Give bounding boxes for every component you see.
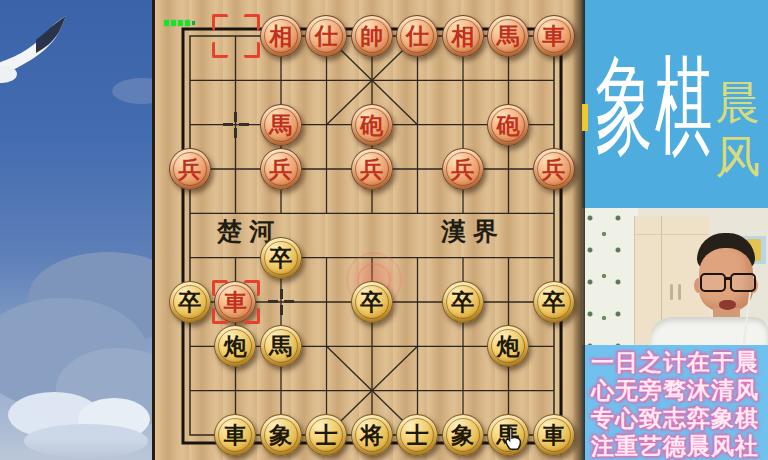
person-mouth <box>719 300 736 310</box>
recording-indicator <box>164 20 195 26</box>
black-piece-車[interactable]: 車 <box>533 414 575 456</box>
piece-char: 卒 <box>178 283 201 321</box>
piece-char: 車 <box>542 416 565 454</box>
piece-char: 車 <box>224 416 247 454</box>
piece-char: 象 <box>269 416 292 454</box>
motto-line-1: 一日之计在于晨 <box>591 348 759 376</box>
red-piece-兵[interactable]: 兵 <box>533 148 575 190</box>
piece-char: 馬 <box>497 17 520 55</box>
motto-panel: 一日之计在于晨 心无旁骛沐清风 专心致志弈象棋 注重艺德晨风社 <box>582 345 768 460</box>
piece-char: 帥 <box>360 17 383 55</box>
piece-char: 兵 <box>360 150 383 188</box>
black-piece-卒[interactable]: 卒 <box>533 281 575 323</box>
piece-char: 車 <box>542 17 565 55</box>
black-piece-卒[interactable]: 卒 <box>351 281 393 323</box>
black-piece-炮[interactable]: 炮 <box>214 325 256 367</box>
glasses-lens <box>730 273 756 292</box>
black-piece-馬[interactable]: 馬 <box>487 414 529 456</box>
black-piece-車[interactable]: 車 <box>214 414 256 456</box>
piece-char: 仕 <box>315 17 338 55</box>
black-piece-卒[interactable]: 卒 <box>169 281 211 323</box>
wardrobe-handle <box>670 284 673 300</box>
piece-char: 士 <box>406 416 429 454</box>
piece-char: 仕 <box>406 17 429 55</box>
horizon-haze <box>0 438 152 460</box>
piece-char: 兵 <box>451 150 474 188</box>
piece-char: 卒 <box>360 283 383 321</box>
glasses-lens <box>700 273 726 292</box>
curtain-background <box>582 208 638 345</box>
piece-char: 馬 <box>269 106 292 144</box>
piece-char: 兵 <box>269 150 292 188</box>
person-shirt <box>650 317 768 345</box>
red-piece-仕[interactable]: 仕 <box>305 15 347 57</box>
red-piece-砲[interactable]: 砲 <box>487 104 529 146</box>
red-piece-帥[interactable]: 帥 <box>351 15 393 57</box>
piece-char: 砲 <box>497 106 520 144</box>
piece-char: 車 <box>224 283 247 321</box>
channel-banner: 象棋 晨 风 <box>582 0 768 208</box>
red-piece-仕[interactable]: 仕 <box>396 15 438 57</box>
cloud <box>112 78 152 104</box>
black-piece-士[interactable]: 士 <box>305 414 347 456</box>
red-piece-相[interactable]: 相 <box>260 15 302 57</box>
piece-char: 炮 <box>497 327 520 365</box>
glasses-icon <box>700 273 754 290</box>
piece-char: 炮 <box>224 327 247 365</box>
brand-subtitle: 晨 风 <box>715 80 760 180</box>
piece-char: 士 <box>315 416 338 454</box>
xiangqi-board[interactable]: 楚河 漢界 相仕帥仕相馬車馬砲砲兵兵兵兵兵車卒卒卒卒卒炮馬炮車象士将士象馬車 <box>152 0 585 460</box>
board-grid: 相仕帥仕相馬車馬砲砲兵兵兵兵兵車卒卒卒卒卒炮馬炮車象士将士象馬車 <box>167 14 577 457</box>
red-piece-兵[interactable]: 兵 <box>169 148 211 190</box>
piece-char: 卒 <box>451 283 474 321</box>
red-piece-馬[interactable]: 馬 <box>260 104 302 146</box>
piece-char: 相 <box>451 17 474 55</box>
wardrobe-handle <box>678 284 681 300</box>
background-sky-panel <box>0 0 152 460</box>
black-piece-炮[interactable]: 炮 <box>487 325 529 367</box>
brand-title: 象棋 <box>595 22 715 190</box>
right-panel: 象棋 晨 风 一日之计在 <box>582 0 768 460</box>
brand-subtitle-char-1: 晨 <box>715 80 760 126</box>
black-piece-卒[interactable]: 卒 <box>260 237 302 279</box>
black-piece-将[interactable]: 将 <box>351 414 393 456</box>
seagull-icon <box>0 4 90 94</box>
webcam-video <box>582 208 768 345</box>
motto-line-2: 心无旁骛沐清风 <box>591 376 759 404</box>
piece-char: 卒 <box>542 283 565 321</box>
app-window: 楚河 漢界 相仕帥仕相馬車馬砲砲兵兵兵兵兵車卒卒卒卒卒炮馬炮車象士将士象馬車 象… <box>0 0 768 460</box>
piece-char: 兵 <box>542 150 565 188</box>
red-piece-相[interactable]: 相 <box>442 15 484 57</box>
red-piece-兵[interactable]: 兵 <box>442 148 484 190</box>
red-piece-馬[interactable]: 馬 <box>487 15 529 57</box>
piece-char: 相 <box>269 17 292 55</box>
red-piece-車[interactable]: 車 <box>214 281 256 323</box>
black-piece-象[interactable]: 象 <box>442 414 484 456</box>
piece-char: 砲 <box>360 106 383 144</box>
motto-line-3: 专心致志弈象棋 <box>591 404 759 432</box>
black-piece-卒[interactable]: 卒 <box>442 281 484 323</box>
red-piece-兵[interactable]: 兵 <box>260 148 302 190</box>
piece-char: 将 <box>360 416 383 454</box>
piece-char: 兵 <box>178 150 201 188</box>
motto-line-4: 注重艺德晨风社 <box>591 432 759 460</box>
red-piece-車[interactable]: 車 <box>533 15 575 57</box>
board-edge-shadow <box>572 0 585 460</box>
piece-char: 馬 <box>497 416 520 454</box>
black-piece-士[interactable]: 士 <box>396 414 438 456</box>
piece-char: 馬 <box>269 327 292 365</box>
brand-subtitle-char-2: 风 <box>715 134 760 180</box>
piece-char: 象 <box>451 416 474 454</box>
red-piece-兵[interactable]: 兵 <box>351 148 393 190</box>
red-piece-砲[interactable]: 砲 <box>351 104 393 146</box>
black-piece-象[interactable]: 象 <box>260 414 302 456</box>
black-piece-馬[interactable]: 馬 <box>260 325 302 367</box>
piece-char: 卒 <box>269 239 292 277</box>
yellow-tab-marker <box>582 104 588 131</box>
